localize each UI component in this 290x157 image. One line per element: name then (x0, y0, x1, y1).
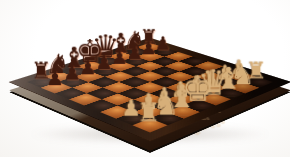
board-squares: ♜♜♟♟♟♟♜♜♞♞♟♟♟♟♞♞♝♝♟♟♟♟♝♝♛♛♟♟♟♟♛♛♚♚♟♟♟♟♚♚… (27, 43, 273, 133)
piece-white-rook[interactable]: ♜♜ (136, 120, 165, 132)
square-c6[interactable] (135, 61, 164, 71)
black-pawn-glyph: ♟♟ (36, 68, 73, 88)
product-photo: ♜♜♟♟♟♟♜♜♞♞♟♟♟♟♞♞♝♝♟♟♟♟♝♝♛♛♟♟♟♟♛♛♚♚♟♟♟♟♚♚… (0, 0, 290, 157)
white-rook-glyph: ♜♜ (128, 100, 169, 126)
square-h1[interactable]: ♜♜ (133, 119, 168, 133)
